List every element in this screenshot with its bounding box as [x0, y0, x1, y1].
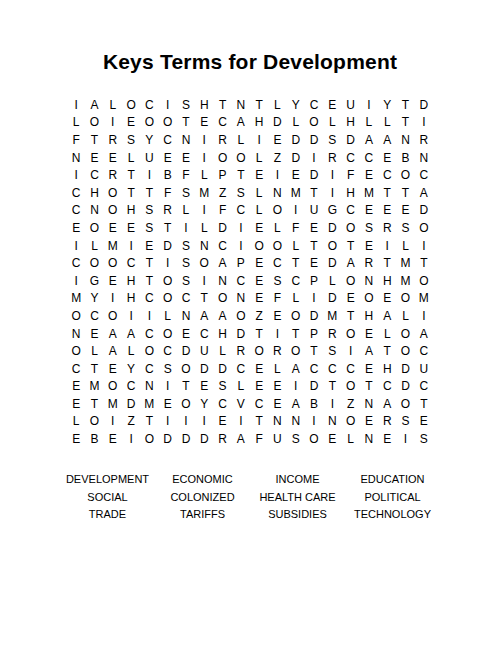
grid-cell: F [268, 290, 286, 308]
grid-cell: E [323, 96, 341, 114]
grid-cell: B [159, 166, 177, 184]
grid-cell: T [396, 184, 414, 202]
grid-cell: E [378, 202, 396, 220]
grid-cell: O [360, 290, 378, 308]
grid-cell: C [415, 342, 433, 360]
grid-cell: M [140, 395, 158, 413]
grid-cell: A [213, 254, 231, 272]
grid-cell: O [159, 114, 177, 132]
grid-cell: S [232, 184, 250, 202]
grid-cell: M [360, 184, 378, 202]
grid-cell: H [195, 96, 213, 114]
grid-cell: I [323, 166, 341, 184]
grid-cell: E [122, 219, 140, 237]
grid-cell: D [323, 254, 341, 272]
grid-cell: O [85, 413, 103, 431]
grid-cell: H [85, 184, 103, 202]
grid-cell: L [85, 237, 103, 255]
grid-cell: A [415, 325, 433, 343]
grid-cell: I [232, 413, 250, 431]
grid-cell: O [67, 307, 85, 325]
grid-cell: A [378, 307, 396, 325]
grid-cell: A [341, 254, 359, 272]
grid-cell: N [415, 149, 433, 167]
grid-cell: O [85, 219, 103, 237]
grid-cell: E [378, 430, 396, 448]
grid-cell: O [85, 114, 103, 132]
grid-cell: P [305, 325, 323, 343]
grid-cell: I [177, 219, 195, 237]
grid-cell: Y [287, 96, 305, 114]
grid-cell: C [360, 149, 378, 167]
grid-cell: T [287, 254, 305, 272]
grid-cell: T [341, 237, 359, 255]
grid-cell: D [213, 219, 231, 237]
grid-cell: N [360, 430, 378, 448]
grid-cell: T [287, 325, 305, 343]
grid-cell: D [323, 290, 341, 308]
grid-cell: U [195, 342, 213, 360]
grid-cell: O [323, 237, 341, 255]
grid-cell: O [177, 395, 195, 413]
grid-cell: B [305, 395, 323, 413]
grid-cell: T [415, 395, 433, 413]
grid-cell: C [213, 114, 231, 132]
grid-cell: F [341, 166, 359, 184]
grid-cell: T [122, 166, 140, 184]
grid-cell: O [122, 96, 140, 114]
grid-cell: D [415, 96, 433, 114]
grid-cell: H [378, 272, 396, 290]
grid-cell: Z [341, 395, 359, 413]
grid-cell: Y [122, 360, 140, 378]
grid-cell: L [177, 202, 195, 220]
grid-cell: S [140, 219, 158, 237]
grid-cell: T [250, 325, 268, 343]
grid-cell: C [140, 360, 158, 378]
grid-cell: C [341, 360, 359, 378]
grid-cell: Z [213, 184, 231, 202]
grid-cell: A [85, 96, 103, 114]
grid-cell: E [268, 131, 286, 149]
grid-cell: I [67, 96, 85, 114]
grid-cell: P [213, 166, 231, 184]
word-list-item: POLITICAL [345, 488, 440, 506]
grid-cell: O [341, 219, 359, 237]
grid-cell: A [232, 430, 250, 448]
word-list-item: TECHNOLOGY [345, 506, 440, 524]
grid-cell: M [396, 272, 414, 290]
word-list: DEVELOPMENTECONOMICINCOMEEDUCATIONSOCIAL… [60, 470, 440, 523]
grid-cell: E [177, 325, 195, 343]
grid-cell: O [85, 254, 103, 272]
grid-cell: I [159, 96, 177, 114]
grid-cell: N [195, 237, 213, 255]
grid-cell: O [341, 378, 359, 396]
grid-cell: L [268, 219, 286, 237]
grid-cell: N [140, 378, 158, 396]
grid-cell: C [67, 202, 85, 220]
grid-cell: L [268, 96, 286, 114]
grid-cell: N [85, 202, 103, 220]
grid-cell: L [396, 307, 414, 325]
grid-cell: S [177, 184, 195, 202]
grid-cell: T [213, 96, 231, 114]
grid-cell: T [415, 254, 433, 272]
grid-cell: L [323, 114, 341, 132]
grid-cell: E [122, 114, 140, 132]
grid-cell: E [250, 254, 268, 272]
grid-cell: F [67, 131, 85, 149]
grid-cell: L [287, 237, 305, 255]
grid-cell: T [396, 114, 414, 132]
grid-cell: T [85, 131, 103, 149]
grid-cell: N [360, 272, 378, 290]
grid-cell: E [104, 272, 122, 290]
grid-cell: O [67, 342, 85, 360]
grid-cell: L [213, 342, 231, 360]
grid-cell: O [341, 325, 359, 343]
grid-cell: O [159, 290, 177, 308]
grid-cell: G [323, 202, 341, 220]
grid-cell: C [195, 325, 213, 343]
grid-cell: T [378, 254, 396, 272]
grid-cell: I [305, 149, 323, 167]
grid-cell: D [213, 360, 231, 378]
grid-cell: C [305, 96, 323, 114]
grid-cell: S [415, 430, 433, 448]
grid-cell: I [415, 237, 433, 255]
grid-cell: R [104, 166, 122, 184]
grid-cell: O [159, 325, 177, 343]
grid-cell: E [268, 378, 286, 396]
grid-cell: A [287, 360, 305, 378]
grid-cell: E [104, 360, 122, 378]
grid-cell: S [396, 413, 414, 431]
grid-cell: O [341, 272, 359, 290]
grid-cell: I [341, 342, 359, 360]
grid-cell: N [232, 96, 250, 114]
grid-cell: I [268, 325, 286, 343]
grid-cell: L [104, 96, 122, 114]
grid-cell: T [140, 413, 158, 431]
grid-cell: E [341, 290, 359, 308]
grid-cell: E [268, 395, 286, 413]
grid-cell: T [140, 272, 158, 290]
grid-cell: I [140, 307, 158, 325]
grid-cell: C [159, 131, 177, 149]
grid-cell: A [213, 307, 231, 325]
grid-cell: G [85, 272, 103, 290]
word-list-item: TRADE [60, 506, 155, 524]
grid-cell: O [213, 149, 231, 167]
grid-cell: C [140, 290, 158, 308]
grid-cell: H [341, 114, 359, 132]
grid-cell: P [305, 272, 323, 290]
word-search-page: Keys Terms for Development IALOCISHTNTLY… [0, 0, 500, 647]
grid-cell: M [195, 184, 213, 202]
grid-cell: C [213, 237, 231, 255]
grid-cell: H [213, 325, 231, 343]
grid-cell: L [396, 237, 414, 255]
grid-cell: D [396, 360, 414, 378]
grid-cell: I [195, 149, 213, 167]
grid-cell: E [360, 237, 378, 255]
grid-cell: H [360, 307, 378, 325]
grid-cell: E [378, 290, 396, 308]
grid-cell: L [122, 149, 140, 167]
grid-cell: L [67, 114, 85, 132]
grid-cell: N [177, 307, 195, 325]
grid-cell: I [177, 413, 195, 431]
grid-cell: D [122, 395, 140, 413]
letter-grid: IALOCISHTNTLYCEUIYTDLOIEOOTECAHDLOLHLLTI… [67, 96, 433, 448]
grid-cell: I [122, 237, 140, 255]
grid-cell: F [213, 202, 231, 220]
grid-cell: C [341, 149, 359, 167]
grid-cell: E [305, 254, 323, 272]
grid-cell: O [305, 430, 323, 448]
grid-cell: R [232, 342, 250, 360]
grid-cell: E [250, 219, 268, 237]
grid-cell: A [360, 342, 378, 360]
grid-cell: D [305, 166, 323, 184]
grid-cell: S [177, 96, 195, 114]
grid-cell: L [287, 290, 305, 308]
grid-cell: L [287, 114, 305, 132]
grid-cell: R [104, 131, 122, 149]
grid-cell: A [378, 131, 396, 149]
grid-cell: A [287, 395, 305, 413]
grid-cell: E [250, 272, 268, 290]
grid-cell: E [250, 378, 268, 396]
grid-cell: T [378, 184, 396, 202]
grid-cell: E [250, 290, 268, 308]
grid-cell: O [287, 307, 305, 325]
grid-cell: N [67, 325, 85, 343]
grid-cell: O [140, 342, 158, 360]
grid-cell: E [360, 360, 378, 378]
grid-cell: I [323, 395, 341, 413]
grid-cell: P [232, 254, 250, 272]
grid-cell: C [140, 325, 158, 343]
grid-cell: I [378, 237, 396, 255]
grid-cell: S [213, 378, 231, 396]
grid-cell: O [232, 149, 250, 167]
grid-cell: R [415, 131, 433, 149]
grid-cell: O [396, 342, 414, 360]
grid-cell: C [415, 166, 433, 184]
grid-cell: I [287, 378, 305, 396]
grid-cell: R [268, 342, 286, 360]
grid-cell: C [67, 254, 85, 272]
grid-cell: I [287, 202, 305, 220]
grid-cell: I [323, 184, 341, 202]
grid-cell: L [378, 114, 396, 132]
grid-cell: I [305, 413, 323, 431]
grid-cell: I [360, 96, 378, 114]
grid-cell: H [341, 184, 359, 202]
grid-cell: I [122, 430, 140, 448]
grid-cell: O [140, 114, 158, 132]
grid-cell: O [232, 307, 250, 325]
grid-cell: T [232, 166, 250, 184]
grid-cell: B [396, 149, 414, 167]
grid-cell: A [122, 325, 140, 343]
grid-cell: E [415, 413, 433, 431]
grid-cell: E [104, 149, 122, 167]
grid-cell: T [323, 378, 341, 396]
grid-cell: U [268, 430, 286, 448]
grid-cell: N [67, 149, 85, 167]
word-list-item: ECONOMIC [155, 470, 250, 488]
grid-cell: O [159, 272, 177, 290]
grid-cell: I [159, 413, 177, 431]
grid-cell: H [378, 360, 396, 378]
grid-cell: D [323, 219, 341, 237]
grid-cell: E [305, 219, 323, 237]
grid-cell: I [195, 202, 213, 220]
grid-cell: T [177, 378, 195, 396]
grid-cell: I [104, 290, 122, 308]
grid-cell: L [360, 114, 378, 132]
grid-cell: I [232, 219, 250, 237]
grid-cell: Y [85, 290, 103, 308]
grid-cell: C [85, 307, 103, 325]
grid-cell: E [250, 166, 268, 184]
grid-cell: L [378, 325, 396, 343]
grid-cell: E [396, 202, 414, 220]
word-list-item: INCOME [250, 470, 345, 488]
grid-cell: O [250, 237, 268, 255]
grid-cell: O [396, 166, 414, 184]
grid-cell: I [140, 166, 158, 184]
grid-cell: C [232, 272, 250, 290]
grid-cell: E [378, 149, 396, 167]
grid-cell: N [268, 184, 286, 202]
grid-cell: O [268, 237, 286, 255]
grid-cell: C [287, 272, 305, 290]
grid-cell: I [415, 114, 433, 132]
grid-cell: L [85, 342, 103, 360]
grid-cell: M [104, 237, 122, 255]
grid-cell: I [268, 166, 286, 184]
grid-cell: L [67, 413, 85, 431]
grid-cell: T [360, 378, 378, 396]
grid-cell: C [177, 290, 195, 308]
grid-cell: T [140, 254, 158, 272]
grid-cell: I [305, 290, 323, 308]
grid-cell: A [104, 342, 122, 360]
grid-cell: E [268, 307, 286, 325]
grid-cell: D [159, 430, 177, 448]
grid-cell: I [250, 131, 268, 149]
grid-cell: S [268, 272, 286, 290]
grid-cell: H [122, 202, 140, 220]
grid-cell: D [159, 237, 177, 255]
grid-cell: R [360, 254, 378, 272]
word-list-item: DEVELOPMENT [60, 470, 155, 488]
grid-cell: E [67, 378, 85, 396]
grid-cell: E [323, 430, 341, 448]
grid-cell: L [122, 342, 140, 360]
grid-cell: R [213, 430, 231, 448]
grid-cell: F [177, 166, 195, 184]
grid-cell: C [140, 96, 158, 114]
puzzle-title: Keys Terms for Development [0, 50, 500, 74]
grid-cell: M [104, 395, 122, 413]
grid-cell: Z [122, 413, 140, 431]
grid-cell: E [213, 413, 231, 431]
grid-cell: A [378, 395, 396, 413]
grid-cell: U [415, 360, 433, 378]
grid-cell: L [250, 202, 268, 220]
grid-cell: F [159, 184, 177, 202]
grid-cell: C [67, 184, 85, 202]
grid-cell: C [341, 202, 359, 220]
grid-cell: S [360, 219, 378, 237]
grid-cell: D [396, 378, 414, 396]
grid-cell: E [177, 149, 195, 167]
grid-cell: S [140, 202, 158, 220]
grid-cell: D [305, 307, 323, 325]
grid-cell: Z [250, 307, 268, 325]
grid-cell: I [122, 307, 140, 325]
grid-cell: D [287, 149, 305, 167]
grid-cell: O [104, 202, 122, 220]
grid-cell: S [323, 131, 341, 149]
grid-cell: U [305, 202, 323, 220]
grid-cell: C [232, 202, 250, 220]
grid-cell: O [213, 290, 231, 308]
grid-cell: T [305, 237, 323, 255]
grid-cell: D [305, 378, 323, 396]
grid-cell: M [287, 184, 305, 202]
grid-cell: E [85, 325, 103, 343]
grid-cell: E [250, 360, 268, 378]
grid-cell: I [195, 131, 213, 149]
grid-cell: L [195, 219, 213, 237]
grid-cell: L [159, 307, 177, 325]
grid-cell: L [250, 149, 268, 167]
grid-cell: T [140, 184, 158, 202]
grid-cell: L [232, 378, 250, 396]
grid-cell: O [415, 272, 433, 290]
grid-cell: L [250, 184, 268, 202]
grid-cell: T [341, 307, 359, 325]
grid-cell: O [415, 219, 433, 237]
grid-cell: M [67, 290, 85, 308]
grid-cell: L [268, 360, 286, 378]
grid-cell: N [232, 290, 250, 308]
grid-cell: R [323, 325, 341, 343]
grid-cell: T [305, 184, 323, 202]
grid-cell: O [396, 395, 414, 413]
grid-cell: E [85, 149, 103, 167]
grid-cell: C [323, 360, 341, 378]
grid-cell: R [323, 149, 341, 167]
grid-cell: M [85, 378, 103, 396]
grid-cell: T [85, 360, 103, 378]
grid-cell: E [104, 219, 122, 237]
grid-cell: N [268, 413, 286, 431]
grid-cell: I [104, 114, 122, 132]
grid-cell: V [232, 395, 250, 413]
grid-cell: N [213, 272, 231, 290]
grid-cell: C [268, 254, 286, 272]
grid-cell: O [104, 378, 122, 396]
grid-cell: C [250, 395, 268, 413]
